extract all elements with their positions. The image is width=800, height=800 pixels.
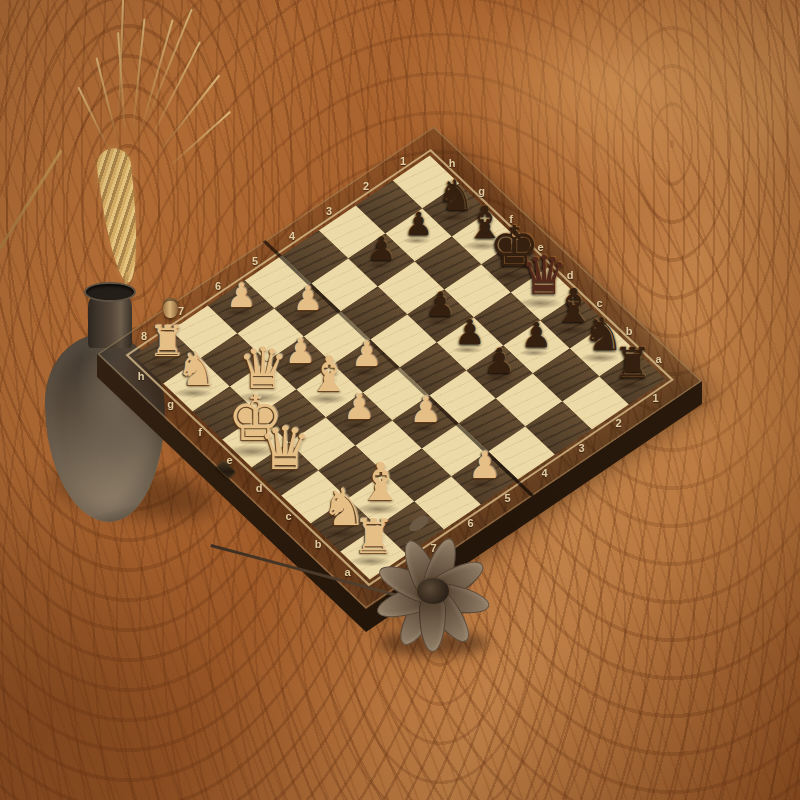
wheat-awn [160, 75, 220, 151]
wooden-knob [163, 298, 178, 318]
wheat-awn [132, 18, 145, 128]
wheat-awn [140, 19, 174, 130]
chess-board [97, 126, 702, 608]
wheat-blade [0, 149, 62, 311]
vase-mouth [86, 284, 134, 300]
table-scene: 1234567812345678hgfedcbahgfedcba ♞♟♝♟♚♛♟… [0, 0, 800, 800]
wheat-ear [95, 146, 145, 284]
pod-center [417, 578, 449, 604]
wheat-awn [170, 111, 231, 166]
